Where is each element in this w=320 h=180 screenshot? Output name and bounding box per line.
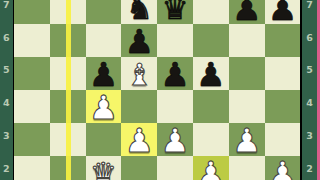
square-a6[interactable] <box>14 24 50 57</box>
square-d6[interactable]: ♟ <box>121 24 157 57</box>
square-c5[interactable]: ♟ <box>86 57 122 90</box>
rank-label-left-2: 2 <box>0 156 13 180</box>
square-d2[interactable] <box>121 156 157 180</box>
black-pawn-h7: ♟ <box>268 0 298 25</box>
white-bishop-d5: ♝ <box>126 60 153 90</box>
black-knight-d7: ♞ <box>126 0 153 24</box>
b-file-annotation-line <box>66 0 71 180</box>
square-e7[interactable]: ♛ <box>157 0 193 24</box>
square-a7[interactable] <box>14 0 50 24</box>
square-h7[interactable]: ♟ <box>265 0 301 24</box>
white-queen-c2: ♛ <box>90 159 117 180</box>
square-f4[interactable] <box>193 90 229 123</box>
square-g4[interactable] <box>229 90 265 123</box>
square-h4[interactable] <box>265 90 301 123</box>
square-g2[interactable] <box>229 156 265 180</box>
white-pawn-e3: ♟ <box>160 124 190 157</box>
square-d7[interactable]: ♞ <box>121 0 157 24</box>
chess-board: ♞♛♟♟♟♟♝♟♟♟♟♟♟♛♟♟ <box>14 0 300 180</box>
square-f3[interactable] <box>193 123 229 156</box>
square-h3[interactable] <box>265 123 301 156</box>
square-e5[interactable]: ♟ <box>157 57 193 90</box>
square-g5[interactable] <box>229 57 265 90</box>
rank-label-left-7: 7 <box>0 0 13 25</box>
square-f2[interactable]: ♟ <box>193 156 229 180</box>
rank-label-right-3: 3 <box>302 123 317 156</box>
square-g3[interactable]: ♟ <box>229 123 265 156</box>
black-pawn-c5: ♟ <box>89 58 119 91</box>
rank-label-right-6: 6 <box>302 25 317 58</box>
black-pawn-e5: ♟ <box>160 58 190 91</box>
square-h5[interactable] <box>265 57 301 90</box>
square-h2[interactable]: ♟ <box>265 156 301 180</box>
square-c6[interactable] <box>86 24 122 57</box>
white-pawn-f2: ♟ <box>196 157 226 180</box>
rank-label-left-3: 3 <box>0 123 13 156</box>
square-e3[interactable]: ♟ <box>157 123 193 156</box>
rank-label-right-5: 5 <box>302 58 317 91</box>
square-e2[interactable] <box>157 156 193 180</box>
black-queen-e7: ♛ <box>162 0 189 24</box>
square-d4[interactable] <box>121 90 157 123</box>
square-a4[interactable] <box>14 90 50 123</box>
chess-video-frame: 765432 ♞♛♟♟♟♟♝♟♟♟♟♟♟♛♟♟ 765432 <box>0 0 320 180</box>
square-a2[interactable] <box>14 156 50 180</box>
white-pawn-d3: ♟ <box>125 124 155 157</box>
square-d3[interactable]: ♟ <box>121 123 157 156</box>
square-f5[interactable]: ♟ <box>193 57 229 90</box>
square-h6[interactable] <box>265 24 301 57</box>
square-e6[interactable] <box>157 24 193 57</box>
rank-label-right-4: 4 <box>302 90 317 123</box>
rank-label-left-4: 4 <box>0 90 13 123</box>
black-pawn-f5: ♟ <box>196 58 226 91</box>
square-a5[interactable] <box>14 57 50 90</box>
board-left-border <box>13 0 15 180</box>
square-g7[interactable]: ♟ <box>229 0 265 24</box>
white-pawn-g3: ♟ <box>232 124 262 157</box>
square-a3[interactable] <box>14 123 50 156</box>
square-c3[interactable] <box>86 123 122 156</box>
rank-label-right-2: 2 <box>302 156 317 180</box>
rank-label-left-5: 5 <box>0 58 13 91</box>
black-pawn-g7: ♟ <box>232 0 262 25</box>
left-coordinate-strip: 765432 <box>0 0 13 180</box>
rank-label-left-6: 6 <box>0 25 13 58</box>
right-coordinate-strip: 765432 <box>302 0 317 180</box>
white-pawn-c4: ♟ <box>89 91 119 124</box>
square-c4[interactable]: ♟ <box>86 90 122 123</box>
square-c2[interactable]: ♛ <box>86 156 122 180</box>
square-c7[interactable] <box>86 0 122 24</box>
rank-label-right-7: 7 <box>302 0 317 25</box>
square-g6[interactable] <box>229 24 265 57</box>
square-d5[interactable]: ♝ <box>121 57 157 90</box>
square-e4[interactable] <box>157 90 193 123</box>
white-pawn-h2: ♟ <box>268 157 298 180</box>
square-f6[interactable] <box>193 24 229 57</box>
square-f7[interactable] <box>193 0 229 24</box>
black-pawn-d6: ♟ <box>125 25 155 58</box>
